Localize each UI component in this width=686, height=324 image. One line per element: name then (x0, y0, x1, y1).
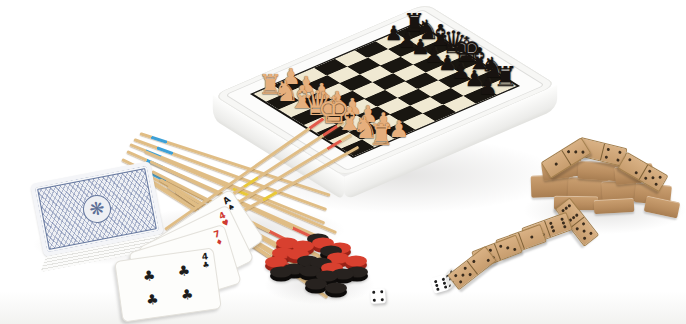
cell (552, 229, 556, 233)
pip (589, 231, 593, 235)
cell (575, 227, 579, 231)
cell (648, 169, 652, 173)
pip (513, 248, 517, 252)
pip (463, 266, 467, 270)
pip-grid (547, 216, 569, 235)
pip (582, 229, 586, 233)
pip (443, 285, 447, 289)
pip-grid (521, 228, 543, 247)
die (370, 288, 386, 304)
pip (619, 150, 623, 154)
pip (372, 291, 375, 294)
cell (468, 273, 472, 277)
card-suit-icon: ♦ (215, 238, 224, 248)
cell (654, 183, 658, 187)
checker-disc-black (270, 267, 292, 278)
cell (506, 246, 510, 250)
cell (435, 287, 439, 291)
cell (644, 176, 648, 180)
cell (563, 225, 567, 229)
pip (449, 283, 451, 287)
cell (372, 291, 375, 294)
chess-piece-wR-h1: ♜ (368, 121, 394, 150)
cell (582, 222, 586, 226)
pip (458, 280, 462, 284)
cell (564, 206, 568, 210)
cell (373, 298, 376, 301)
pip (607, 147, 611, 151)
cell (487, 258, 491, 262)
cell (449, 283, 451, 287)
cell (513, 248, 517, 252)
pip (581, 150, 585, 154)
pip (453, 274, 457, 278)
pip (651, 176, 655, 180)
card-pips: ♣♣♣♣ (130, 256, 206, 313)
pip (571, 215, 575, 219)
pip (435, 287, 439, 291)
cell (659, 175, 663, 179)
club-pip-icon: ♣ (142, 267, 157, 285)
pip (472, 259, 476, 263)
cell (567, 203, 571, 207)
pip (583, 237, 587, 241)
club-pip-icon: ♣ (145, 291, 160, 309)
checker-disc-black (325, 283, 347, 294)
cell (651, 176, 655, 180)
cell (461, 273, 465, 277)
pip (554, 162, 558, 166)
pip (648, 169, 652, 173)
die (430, 274, 450, 294)
cell (566, 149, 570, 153)
pip-grid (565, 141, 588, 162)
cell (617, 159, 621, 163)
pip (634, 171, 638, 175)
pip (654, 183, 658, 187)
cell (634, 171, 638, 175)
cell (499, 244, 503, 248)
cell (574, 150, 578, 154)
cell (472, 259, 476, 263)
pip (530, 235, 534, 239)
cell (530, 235, 534, 239)
pip (468, 273, 472, 277)
pip (605, 156, 609, 160)
cell (583, 237, 587, 241)
pip (380, 298, 383, 301)
cell (619, 150, 623, 154)
pip-grid (470, 250, 493, 272)
cell (571, 215, 575, 219)
pip (566, 149, 570, 153)
cell (554, 162, 558, 166)
pip (506, 246, 510, 250)
pip (575, 213, 579, 217)
pip (563, 225, 567, 229)
pip (575, 227, 579, 231)
pip (380, 290, 383, 293)
card-index: 7♦ (212, 229, 224, 247)
pip (552, 229, 556, 233)
pip (499, 244, 503, 248)
pip-grid (372, 290, 384, 302)
chess-piece-bP-h7: ♟ (478, 76, 498, 98)
card-suit-icon: ♣ (202, 261, 210, 270)
playing-card-4♣: 4♣♣♣♣♣ (114, 247, 222, 322)
pip (582, 222, 586, 226)
pip (644, 176, 648, 180)
club-pip-icon: ♣ (180, 286, 195, 304)
pip-grid (497, 238, 519, 257)
cell (628, 157, 632, 161)
cell (575, 213, 579, 217)
cell (380, 298, 383, 301)
checker-disc-black (305, 279, 327, 290)
domino-block (594, 198, 635, 214)
cell (453, 274, 457, 278)
pip (373, 298, 376, 301)
cell (589, 231, 593, 235)
pip (487, 258, 491, 262)
pip (659, 175, 663, 179)
cell (607, 147, 611, 151)
pip (567, 203, 571, 207)
card-index: 4♣ (201, 252, 210, 270)
checker-disc-red (345, 256, 367, 267)
pip (461, 273, 465, 277)
cell (458, 280, 462, 284)
club-pip-icon: ♣ (176, 262, 191, 280)
pip (574, 150, 578, 154)
cell (443, 285, 447, 289)
cell (581, 150, 585, 154)
cell (582, 229, 586, 233)
game-set-product-photo: ♜♞♝♚♛♝♞♜♟♟♟♟♟♟♟♟♟♟♟♟♟♟♟♟♜♞♝♚♛♝♞♜ ❋ A♠4♥7… (0, 0, 686, 324)
pip (564, 206, 568, 210)
pip (628, 157, 632, 161)
cell (463, 266, 467, 270)
die-front-face (370, 288, 386, 304)
cell (380, 290, 383, 293)
pip (617, 159, 621, 163)
card-deck: ❋ (30, 161, 164, 257)
cell (605, 156, 609, 160)
